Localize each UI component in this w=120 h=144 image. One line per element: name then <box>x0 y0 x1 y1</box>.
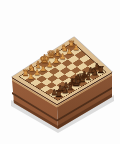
chess-set-photo: ♜♞♝♛♚♝♞♜♟♟♟♟♟♟♟♟♟♟♟♟♟♟♟♟♜♞♝♛♚♝♞♜ <box>0 0 120 144</box>
